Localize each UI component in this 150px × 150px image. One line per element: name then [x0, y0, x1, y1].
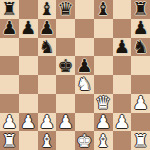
square-d7[interactable] [56, 19, 75, 38]
square-g1[interactable] [113, 131, 132, 150]
piece-black-pawn[interactable]: ♟ [1, 19, 17, 37]
piece-white-pawn[interactable]: ♟ [95, 112, 111, 130]
square-d2[interactable]: ♟ [56, 113, 75, 132]
piece-black-pawn[interactable]: ♟ [76, 56, 92, 74]
piece-white-pawn[interactable]: ♟ [114, 112, 130, 130]
piece-white-bishop[interactable]: ♝ [95, 131, 111, 149]
piece-black-bishop[interactable]: ♝ [95, 0, 111, 18]
square-e8[interactable] [75, 0, 94, 19]
square-g2[interactable]: ♟ [113, 113, 132, 132]
piece-black-pawn[interactable]: ♟ [133, 19, 149, 37]
square-f1[interactable]: ♝ [94, 131, 113, 150]
square-d4[interactable] [56, 75, 75, 94]
piece-black-pawn[interactable]: ♟ [39, 19, 55, 37]
square-c5[interactable] [38, 56, 57, 75]
piece-black-knight[interactable]: ♞ [133, 37, 149, 55]
square-c4[interactable] [38, 75, 57, 94]
piece-white-pawn[interactable]: ♟ [20, 112, 36, 130]
piece-white-pawn[interactable]: ♟ [39, 112, 55, 130]
piece-black-pawn[interactable]: ♟ [20, 19, 36, 37]
square-g4[interactable] [113, 75, 132, 94]
square-f6[interactable] [94, 38, 113, 57]
square-b5[interactable] [19, 56, 38, 75]
square-e3[interactable] [75, 94, 94, 113]
square-h5[interactable] [131, 56, 150, 75]
square-h6[interactable]: ♞ [131, 38, 150, 57]
square-e7[interactable] [75, 19, 94, 38]
square-a6[interactable] [0, 38, 19, 57]
piece-white-knight[interactable]: ♞ [76, 75, 92, 93]
square-g8[interactable] [113, 0, 132, 19]
square-f5[interactable] [94, 56, 113, 75]
chess-diagram: ♜♝♛♝♜♟♟♟♟♞♟♞♚♟♞♛♟♟♟♟♟♟♟♜♝♚♝♜ [0, 0, 150, 150]
square-d8[interactable]: ♛ [56, 0, 75, 19]
square-h1[interactable]: ♜ [131, 131, 150, 150]
square-h3[interactable]: ♟ [131, 94, 150, 113]
square-e1[interactable]: ♚ [75, 131, 94, 150]
square-g5[interactable] [113, 56, 132, 75]
piece-white-rook[interactable]: ♜ [1, 131, 17, 149]
square-c1[interactable]: ♝ [38, 131, 57, 150]
piece-black-knight[interactable]: ♞ [39, 37, 55, 55]
piece-black-king[interactable]: ♚ [58, 56, 74, 74]
square-b4[interactable] [19, 75, 38, 94]
square-a7[interactable]: ♟ [0, 19, 19, 38]
piece-white-bishop[interactable]: ♝ [39, 131, 55, 149]
chess-board: ♜♝♛♝♜♟♟♟♟♞♟♞♚♟♞♛♟♟♟♟♟♟♟♜♝♚♝♜ [0, 0, 150, 150]
square-f7[interactable] [94, 19, 113, 38]
square-g6[interactable]: ♟ [113, 38, 132, 57]
square-d1[interactable] [56, 131, 75, 150]
piece-white-pawn[interactable]: ♟ [1, 112, 17, 130]
square-b2[interactable]: ♟ [19, 113, 38, 132]
piece-black-queen[interactable]: ♛ [58, 0, 74, 18]
square-a5[interactable] [0, 56, 19, 75]
piece-white-rook[interactable]: ♜ [133, 131, 149, 149]
piece-black-bishop[interactable]: ♝ [39, 0, 55, 18]
piece-white-king[interactable]: ♚ [76, 131, 92, 149]
piece-black-rook[interactable]: ♜ [133, 0, 149, 18]
piece-white-pawn[interactable]: ♟ [58, 112, 74, 130]
square-f8[interactable]: ♝ [94, 0, 113, 19]
piece-black-rook[interactable]: ♜ [1, 0, 17, 18]
square-a4[interactable] [0, 75, 19, 94]
square-a1[interactable]: ♜ [0, 131, 19, 150]
square-b7[interactable]: ♟ [19, 19, 38, 38]
piece-white-pawn[interactable]: ♟ [133, 94, 149, 112]
square-c6[interactable]: ♞ [38, 38, 57, 57]
square-e4[interactable]: ♞ [75, 75, 94, 94]
piece-black-pawn[interactable]: ♟ [114, 37, 130, 55]
square-b6[interactable] [19, 38, 38, 57]
square-b1[interactable] [19, 131, 38, 150]
square-d5[interactable]: ♚ [56, 56, 75, 75]
piece-white-queen[interactable]: ♛ [95, 94, 111, 112]
